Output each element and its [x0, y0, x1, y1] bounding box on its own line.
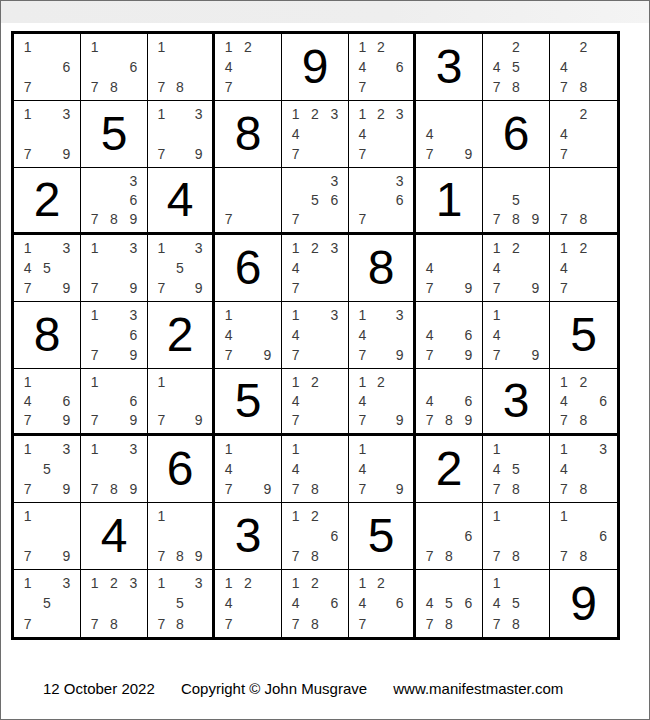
- cell-r5c2[interactable]: 13679: [81, 302, 148, 369]
- top-band: [1, 1, 649, 23]
- cell-r3c5[interactable]: 3567: [282, 168, 349, 235]
- candidate-grid: 1247: [215, 34, 281, 100]
- cell-r1c7[interactable]: 3: [416, 34, 483, 101]
- candidate-digit: 9: [57, 144, 76, 164]
- cell-r2c6[interactable]: 12347: [349, 101, 416, 168]
- candidate-digit: 3: [124, 573, 143, 593]
- candidate-digit: 5: [37, 258, 56, 278]
- candidate-digit: 7: [219, 345, 238, 365]
- candidate-digit: 1: [18, 37, 37, 57]
- cell-r6c7[interactable]: 46789: [416, 369, 483, 436]
- candidate-digit: 1: [18, 104, 37, 124]
- cell-r9c3[interactable]: 13578: [148, 570, 215, 637]
- candidate-digit: 3: [390, 171, 409, 190]
- candidate-grid: 14578: [483, 570, 549, 637]
- cell-r1c3[interactable]: 178: [148, 34, 215, 101]
- candidate-digit: 4: [286, 391, 305, 410]
- cell-r2c1[interactable]: 1379: [14, 101, 81, 168]
- cell-r7c6[interactable]: 1479: [349, 436, 416, 503]
- cell-r2c3[interactable]: 1379: [148, 101, 215, 168]
- candidate-digit: 4: [219, 325, 238, 345]
- solved-digit: 3: [215, 503, 281, 569]
- solved-digit: 1: [416, 168, 482, 232]
- candidate-digit: 9: [124, 411, 143, 430]
- cell-r3c2[interactable]: 36789: [81, 168, 148, 235]
- candidate-digit: 4: [353, 459, 372, 479]
- candidate-digit: 6: [325, 526, 344, 546]
- cell-r1c1[interactable]: 167: [14, 34, 81, 101]
- candidate-digit: 7: [286, 546, 305, 566]
- cell-r6c2[interactable]: 1679: [81, 369, 148, 436]
- candidate-digit: 7: [353, 614, 372, 634]
- candidate-grid: 178: [483, 503, 549, 569]
- candidate-digit: 2: [305, 372, 324, 391]
- candidate-digit: 8: [171, 77, 190, 97]
- candidate-digit: 8: [506, 614, 525, 634]
- candidate-digit: 1: [353, 439, 372, 459]
- cell-r9c2[interactable]: 12378: [81, 570, 148, 637]
- candidate-digit: 1: [85, 372, 104, 391]
- candidate-digit: 4: [420, 124, 439, 144]
- candidate-grid: 1678: [550, 503, 617, 569]
- candidate-digit: 9: [390, 345, 409, 365]
- cell-r5c6[interactable]: 13479: [349, 302, 416, 369]
- candidate-digit: 8: [305, 479, 324, 499]
- candidate-digit: 7: [18, 77, 37, 97]
- candidate-grid: 12678: [282, 503, 348, 569]
- candidate-grid: 1247: [215, 570, 281, 637]
- candidate-grid: 179: [148, 369, 212, 433]
- candidate-digit: 6: [124, 57, 143, 77]
- candidate-digit: 7: [152, 278, 171, 298]
- solved-digit: 3: [483, 369, 549, 433]
- candidate-grid: 13579: [14, 436, 80, 502]
- candidate-digit: 2: [574, 238, 594, 258]
- cell-r7c7[interactable]: 2: [416, 436, 483, 503]
- candidate-digit: 7: [420, 345, 439, 365]
- cell-r5c4[interactable]: 1479: [215, 302, 282, 369]
- cell-r6c6[interactable]: 12479: [349, 369, 416, 436]
- cell-r8c4[interactable]: 3: [215, 503, 282, 570]
- candidate-digit: 7: [487, 479, 506, 499]
- candidate-digit: 4: [18, 258, 37, 278]
- candidate-digit: 7: [286, 345, 305, 365]
- cell-r4c9[interactable]: 1247: [550, 235, 617, 302]
- candidate-grid: 12479: [483, 235, 549, 301]
- candidate-digit: 9: [124, 278, 143, 298]
- candidate-digit: 7: [554, 77, 574, 97]
- candidate-grid: 46789: [416, 369, 482, 433]
- candidate-digit: 7: [554, 278, 574, 298]
- candidate-digit: 7: [554, 144, 574, 164]
- cell-r2c7[interactable]: 479: [416, 101, 483, 168]
- candidate-digit: 7: [85, 77, 104, 97]
- candidate-digit: 7: [219, 479, 238, 499]
- cell-r8c6[interactable]: 5: [349, 503, 416, 570]
- candidate-grid: 1479: [215, 302, 281, 368]
- sudoku-page: 1671678178124791246732457824781379513798…: [0, 0, 650, 720]
- candidate-digit: 8: [305, 614, 324, 634]
- cell-r6c3[interactable]: 179: [148, 369, 215, 436]
- candidate-digit: 8: [305, 546, 324, 566]
- cell-r3c1[interactable]: 2: [14, 168, 81, 235]
- cell-r6c9[interactable]: 124678: [550, 369, 617, 436]
- candidate-digit: 9: [390, 479, 409, 499]
- cell-r9c7[interactable]: 45678: [416, 570, 483, 637]
- candidate-digit: 8: [574, 479, 594, 499]
- cell-r3c6[interactable]: 367: [349, 168, 416, 235]
- cell-r4c6[interactable]: 8: [349, 235, 416, 302]
- candidate-digit: 4: [286, 593, 305, 613]
- candidate-digit: 1: [353, 305, 372, 325]
- candidate-digit: 1: [353, 37, 372, 57]
- cell-r2c4[interactable]: 8: [215, 101, 282, 168]
- candidate-grid: 1347: [282, 302, 348, 368]
- candidate-digit: 4: [487, 258, 506, 278]
- cell-r8c7[interactable]: 678: [416, 503, 483, 570]
- cell-r7c3[interactable]: 6: [148, 436, 215, 503]
- candidate-grid: 1479: [483, 302, 549, 368]
- cell-r6c8[interactable]: 3: [483, 369, 550, 436]
- solved-digit: 2: [148, 302, 212, 368]
- candidate-digit: 8: [439, 411, 458, 430]
- candidate-digit: 4: [353, 391, 372, 410]
- candidate-digit: 8: [574, 210, 594, 229]
- cell-r4c5[interactable]: 12347: [282, 235, 349, 302]
- candidate-digit: 7: [420, 144, 439, 164]
- candidate-digit: 2: [238, 37, 257, 57]
- candidate-digit: 8: [506, 546, 525, 566]
- candidate-digit: 1: [85, 573, 104, 593]
- candidate-grid: 479: [416, 101, 482, 167]
- solved-digit: 5: [349, 503, 413, 569]
- solved-digit: 4: [81, 503, 147, 569]
- cell-r7c9[interactable]: 13478: [550, 436, 617, 503]
- candidate-grid: 78: [550, 168, 617, 232]
- candidate-digit: 2: [506, 238, 525, 258]
- candidate-grid: 1357: [14, 570, 80, 637]
- candidate-digit: 7: [487, 210, 506, 229]
- candidate-digit: 1: [152, 506, 171, 526]
- cell-r2c9[interactable]: 247: [550, 101, 617, 168]
- candidate-digit: 3: [325, 171, 344, 190]
- candidate-digit: 1: [554, 439, 574, 459]
- cell-r1c6[interactable]: 12467: [349, 34, 416, 101]
- solved-digit: 6: [148, 436, 212, 502]
- cell-r4c1[interactable]: 134579: [14, 235, 81, 302]
- candidate-digit: 1: [487, 439, 506, 459]
- candidate-grid: 14679: [14, 369, 80, 433]
- candidate-grid: 13579: [148, 235, 212, 301]
- candidate-grid: 3567: [282, 168, 348, 232]
- candidate-grid: 178: [148, 34, 212, 100]
- cell-r8c2[interactable]: 4: [81, 503, 148, 570]
- candidate-digit: 2: [372, 573, 391, 593]
- candidate-digit: 1: [152, 372, 171, 391]
- candidate-grid: 1247: [282, 369, 348, 433]
- candidate-digit: 6: [124, 325, 143, 345]
- candidate-digit: 9: [526, 345, 545, 365]
- candidate-digit: 7: [353, 411, 372, 430]
- candidate-digit: 7: [85, 479, 104, 499]
- candidate-digit: 9: [57, 546, 76, 566]
- cell-r7c8[interactable]: 14578: [483, 436, 550, 503]
- candidate-digit: 2: [574, 104, 594, 124]
- cell-r3c9[interactable]: 78: [550, 168, 617, 235]
- candidate-digit: 6: [390, 57, 409, 77]
- candidate-digit: 1: [85, 305, 104, 325]
- candidate-digit: 1: [286, 104, 305, 124]
- cell-r2c5[interactable]: 12347: [282, 101, 349, 168]
- candidate-digit: 2: [574, 372, 594, 391]
- candidate-digit: 4: [487, 57, 506, 77]
- candidate-digit: 1: [487, 305, 506, 325]
- cell-r1c5[interactable]: 9: [282, 34, 349, 101]
- candidate-digit: 9: [57, 278, 76, 298]
- cell-r7c4[interactable]: 1479: [215, 436, 282, 503]
- candidate-digit: 7: [353, 345, 372, 365]
- candidate-digit: 3: [57, 238, 76, 258]
- candidate-digit: 1: [219, 439, 238, 459]
- candidate-digit: 3: [124, 238, 143, 258]
- candidate-digit: 7: [353, 144, 372, 164]
- candidate-grid: 367: [349, 168, 413, 232]
- candidate-digit: 1: [85, 439, 104, 459]
- candidate-digit: 2: [104, 573, 123, 593]
- candidate-digit: 8: [439, 614, 458, 634]
- cell-r3c4[interactable]: 7: [215, 168, 282, 235]
- candidate-digit: 7: [18, 614, 37, 634]
- candidate-digit: 7: [554, 546, 574, 566]
- cell-r9c5[interactable]: 124678: [282, 570, 349, 637]
- cell-r7c5[interactable]: 1478: [282, 436, 349, 503]
- candidate-digit: 1: [286, 305, 305, 325]
- candidate-digit: 8: [574, 411, 594, 430]
- candidate-digit: 6: [124, 391, 143, 410]
- candidate-digit: 5: [171, 593, 190, 613]
- candidate-digit: 1: [487, 506, 506, 526]
- candidate-digit: 7: [286, 210, 305, 229]
- cell-r9c9[interactable]: 9: [550, 570, 617, 637]
- cell-r6c1[interactable]: 14679: [14, 369, 81, 436]
- solved-digit: 5: [550, 302, 617, 368]
- cell-r9c1[interactable]: 1357: [14, 570, 81, 637]
- candidate-digit: 1: [18, 506, 37, 526]
- cell-r1c9[interactable]: 2478: [550, 34, 617, 101]
- candidate-digit: 3: [124, 439, 143, 459]
- cell-r4c7[interactable]: 479: [416, 235, 483, 302]
- candidate-grid: 179: [14, 503, 80, 569]
- candidate-digit: 3: [124, 171, 143, 190]
- cell-r9c6[interactable]: 12467: [349, 570, 416, 637]
- candidate-digit: 4: [353, 124, 372, 144]
- candidate-digit: 7: [487, 614, 506, 634]
- candidate-digit: 6: [390, 190, 409, 209]
- candidate-digit: 5: [305, 190, 324, 209]
- cell-r1c2[interactable]: 1678: [81, 34, 148, 101]
- candidate-digit: 1: [18, 573, 37, 593]
- candidate-digit: 9: [57, 479, 76, 499]
- candidate-digit: 9: [459, 278, 478, 298]
- cell-r5c3[interactable]: 2: [148, 302, 215, 369]
- footer: 12 October 2022 Copyright © John Musgrav…: [43, 680, 563, 697]
- candidate-digit: 2: [506, 37, 525, 57]
- cell-r8c1[interactable]: 179: [14, 503, 81, 570]
- candidate-digit: 7: [286, 411, 305, 430]
- candidate-digit: 3: [390, 104, 409, 124]
- candidate-digit: 1: [18, 372, 37, 391]
- candidate-digit: 9: [258, 479, 277, 499]
- cell-r3c8[interactable]: 5789: [483, 168, 550, 235]
- cell-r2c8[interactable]: 6: [483, 101, 550, 168]
- candidate-digit: 3: [593, 439, 613, 459]
- candidate-digit: 1: [487, 573, 506, 593]
- candidate-digit: 3: [189, 573, 208, 593]
- candidate-digit: 7: [18, 411, 37, 430]
- candidate-digit: 3: [325, 238, 344, 258]
- candidate-digit: 9: [526, 210, 545, 229]
- candidate-digit: 2: [305, 506, 324, 526]
- candidate-digit: 1: [219, 573, 238, 593]
- candidate-digit: 8: [574, 77, 594, 97]
- cell-r1c8[interactable]: 24578: [483, 34, 550, 101]
- cell-r7c2[interactable]: 13789: [81, 436, 148, 503]
- candidate-digit: 6: [459, 325, 478, 345]
- candidate-digit: 8: [506, 77, 525, 97]
- cell-r4c2[interactable]: 1379: [81, 235, 148, 302]
- cell-r1c4[interactable]: 1247: [215, 34, 282, 101]
- sudoku-grid: 1671678178124791246732457824781379513798…: [11, 31, 620, 640]
- cell-r4c3[interactable]: 13579: [148, 235, 215, 302]
- candidate-digit: 6: [459, 391, 478, 410]
- candidate-grid: 1678: [81, 34, 147, 100]
- cell-r8c5[interactable]: 12678: [282, 503, 349, 570]
- candidate-digit: 7: [85, 278, 104, 298]
- cell-r3c7[interactable]: 1: [416, 168, 483, 235]
- candidate-digit: 1: [286, 506, 305, 526]
- candidate-digit: 3: [189, 104, 208, 124]
- solved-digit: 5: [81, 101, 147, 167]
- candidate-digit: 3: [325, 104, 344, 124]
- candidate-grid: 124678: [550, 369, 617, 433]
- candidate-digit: 4: [487, 459, 506, 479]
- footer-website: www.manifestmaster.com: [393, 680, 563, 697]
- candidate-digit: 8: [104, 614, 123, 634]
- candidate-grid: 2478: [550, 34, 617, 100]
- candidate-digit: 7: [18, 546, 37, 566]
- candidate-digit: 9: [124, 210, 143, 229]
- candidate-digit: 1: [353, 573, 372, 593]
- candidate-grid: 4679: [416, 302, 482, 368]
- footer-copyright: Copyright © John Musgrave: [181, 680, 367, 697]
- cell-r2c2[interactable]: 5: [81, 101, 148, 168]
- candidate-grid: 12347: [282, 101, 348, 167]
- cell-r5c7[interactable]: 4679: [416, 302, 483, 369]
- candidate-digit: 1: [219, 305, 238, 325]
- solved-digit: 6: [483, 101, 549, 167]
- cell-r9c8[interactable]: 14578: [483, 570, 550, 637]
- candidate-digit: 7: [420, 614, 439, 634]
- candidate-digit: 9: [57, 411, 76, 430]
- candidate-digit: 7: [487, 345, 506, 365]
- cell-r6c5[interactable]: 1247: [282, 369, 349, 436]
- solved-digit: 8: [215, 101, 281, 167]
- candidate-grid: 12479: [349, 369, 413, 433]
- cell-r8c3[interactable]: 1789: [148, 503, 215, 570]
- candidate-digit: 5: [506, 459, 525, 479]
- candidate-digit: 4: [286, 459, 305, 479]
- cell-r9c4[interactable]: 1247: [215, 570, 282, 637]
- cell-r4c4[interactable]: 6: [215, 235, 282, 302]
- candidate-digit: 1: [152, 238, 171, 258]
- candidate-digit: 6: [459, 593, 478, 613]
- cell-r5c8[interactable]: 1479: [483, 302, 550, 369]
- candidate-digit: 7: [286, 614, 305, 634]
- candidate-grid: 13789: [81, 436, 147, 502]
- candidate-digit: 1: [152, 573, 171, 593]
- candidate-digit: 4: [487, 325, 506, 345]
- candidate-digit: 7: [554, 411, 574, 430]
- candidate-digit: 1: [18, 238, 37, 258]
- candidate-digit: 7: [219, 210, 238, 229]
- candidate-digit: 8: [104, 479, 123, 499]
- candidate-digit: 1: [152, 104, 171, 124]
- candidate-digit: 5: [439, 593, 458, 613]
- candidate-digit: 7: [554, 210, 574, 229]
- cell-r5c9[interactable]: 5: [550, 302, 617, 369]
- candidate-digit: 7: [286, 479, 305, 499]
- solved-digit: 8: [349, 235, 413, 301]
- candidate-digit: 7: [18, 144, 37, 164]
- cell-r7c1[interactable]: 13579: [14, 436, 81, 503]
- candidate-grid: 12347: [349, 101, 413, 167]
- candidate-digit: 7: [286, 278, 305, 298]
- candidate-digit: 7: [18, 278, 37, 298]
- candidate-digit: 8: [574, 546, 594, 566]
- cell-r8c8[interactable]: 178: [483, 503, 550, 570]
- candidate-digit: 8: [171, 546, 190, 566]
- cell-r5c5[interactable]: 1347: [282, 302, 349, 369]
- solved-digit: 5: [215, 369, 281, 433]
- candidate-digit: 4: [554, 258, 574, 278]
- solved-digit: 9: [550, 570, 617, 637]
- cell-r4c8[interactable]: 12479: [483, 235, 550, 302]
- solved-digit: 6: [215, 235, 281, 301]
- cell-r6c4[interactable]: 5: [215, 369, 282, 436]
- candidate-digit: 1: [554, 372, 574, 391]
- candidate-digit: 5: [506, 190, 525, 209]
- candidate-digit: 7: [152, 546, 171, 566]
- cell-r3c3[interactable]: 4: [148, 168, 215, 235]
- candidate-digit: 4: [219, 57, 238, 77]
- candidate-digit: 7: [152, 144, 171, 164]
- candidate-digit: 1: [286, 372, 305, 391]
- candidate-grid: 13479: [349, 302, 413, 368]
- candidate-grid: 1478: [282, 436, 348, 502]
- candidate-digit: 8: [506, 479, 525, 499]
- candidate-digit: 9: [526, 278, 545, 298]
- solved-digit: 2: [14, 168, 80, 232]
- cell-r8c9[interactable]: 1678: [550, 503, 617, 570]
- candidate-grid: 14578: [483, 436, 549, 502]
- candidate-digit: 7: [420, 278, 439, 298]
- candidate-digit: 7: [420, 411, 439, 430]
- candidate-digit: 7: [353, 479, 372, 499]
- candidate-digit: 4: [554, 459, 574, 479]
- candidate-grid: 12467: [349, 570, 413, 637]
- candidate-digit: 6: [390, 593, 409, 613]
- cell-r5c1[interactable]: 8: [14, 302, 81, 369]
